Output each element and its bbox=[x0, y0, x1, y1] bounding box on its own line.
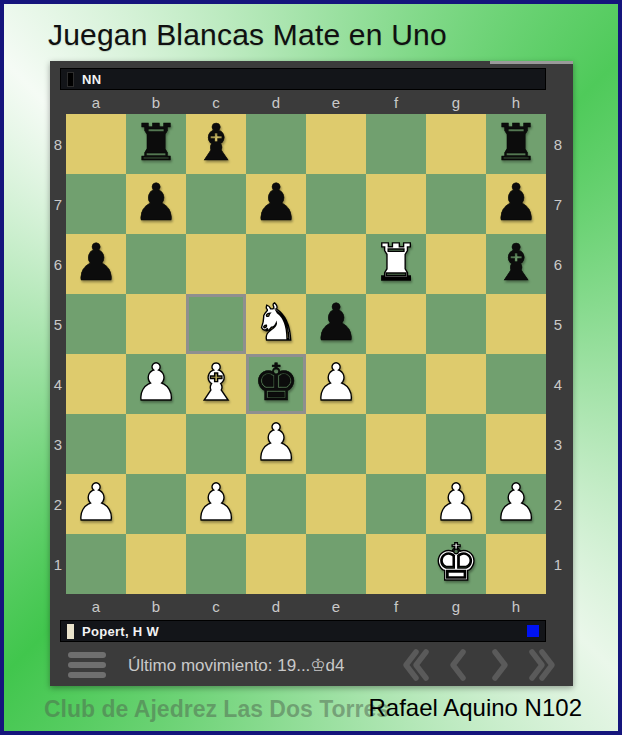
square-h8[interactable]: ♜ bbox=[486, 114, 546, 174]
file-label-b: b bbox=[126, 596, 186, 618]
square-f8[interactable] bbox=[366, 114, 426, 174]
square-c6[interactable] bbox=[186, 234, 246, 294]
rank-label-4: 4 bbox=[50, 354, 66, 414]
square-d7[interactable]: ♟ bbox=[246, 174, 306, 234]
author-credit: Rafael Aquino N102 bbox=[369, 694, 583, 722]
menu-button[interactable] bbox=[60, 652, 110, 678]
square-a7[interactable] bbox=[66, 174, 126, 234]
piece-black-pawn: ♟ bbox=[126, 174, 186, 234]
square-h2[interactable]: ♟ bbox=[486, 474, 546, 534]
page-title: Juegan Blancas Mate en Uno bbox=[48, 18, 447, 52]
piece-black-pawn: ♟ bbox=[66, 234, 126, 294]
piece-black-bishop: ♝ bbox=[186, 114, 246, 174]
file-label-d: d bbox=[246, 92, 306, 114]
square-e3[interactable] bbox=[306, 414, 366, 474]
square-f4[interactable] bbox=[366, 354, 426, 414]
square-d4[interactable]: ♚ bbox=[246, 354, 306, 414]
rank-labels-left: 87654321 bbox=[50, 114, 66, 594]
square-f5[interactable] bbox=[366, 294, 426, 354]
board: ♜♝♜♟♟♟♟♜♝♞♟♟♝♚♟♟♟♟♟♟♚ bbox=[66, 114, 546, 594]
square-e7[interactable] bbox=[306, 174, 366, 234]
rank-label-3: 3 bbox=[50, 414, 66, 474]
square-b7[interactable]: ♟ bbox=[126, 174, 186, 234]
file-label-e: e bbox=[306, 92, 366, 114]
square-c4[interactable]: ♝ bbox=[186, 354, 246, 414]
player-bar-bottom: Popert, H W bbox=[60, 620, 546, 642]
rank-label-2: 2 bbox=[546, 474, 570, 534]
square-d8[interactable] bbox=[246, 114, 306, 174]
square-h3[interactable] bbox=[486, 414, 546, 474]
right-chevron-icon bbox=[487, 647, 511, 683]
square-a6[interactable]: ♟ bbox=[66, 234, 126, 294]
square-a3[interactable] bbox=[66, 414, 126, 474]
square-d5[interactable]: ♞ bbox=[246, 294, 306, 354]
square-g4[interactable] bbox=[426, 354, 486, 414]
square-g8[interactable] bbox=[426, 114, 486, 174]
rank-labels-right: 87654321 bbox=[546, 114, 570, 594]
black-color-marker bbox=[67, 72, 74, 87]
piece-white-pawn: ♟ bbox=[246, 414, 306, 474]
file-label-h: h bbox=[486, 596, 546, 618]
rank-label-6: 6 bbox=[546, 234, 570, 294]
piece-black-king: ♚ bbox=[246, 354, 306, 414]
square-e5[interactable]: ♟ bbox=[306, 294, 366, 354]
menu-icon bbox=[68, 652, 106, 658]
file-label-a: a bbox=[66, 92, 126, 114]
square-b6[interactable] bbox=[126, 234, 186, 294]
chess-panel: NN abcdefgh 87654321 ♜♝♜♟♟♟♟♜♝♞♟♟♝♚♟♟♟♟♟… bbox=[50, 61, 573, 686]
file-label-f: f bbox=[366, 596, 426, 618]
move-navigation bbox=[399, 647, 563, 683]
rank-label-8: 8 bbox=[546, 114, 570, 174]
piece-white-pawn: ♟ bbox=[66, 474, 126, 534]
square-h5[interactable] bbox=[486, 294, 546, 354]
rank-label-5: 5 bbox=[546, 294, 570, 354]
piece-white-pawn: ♟ bbox=[186, 474, 246, 534]
player-bar-top: NN bbox=[60, 68, 546, 90]
piece-black-pawn: ♟ bbox=[306, 294, 366, 354]
square-b2[interactable] bbox=[126, 474, 186, 534]
square-a4[interactable] bbox=[66, 354, 126, 414]
square-c8[interactable]: ♝ bbox=[186, 114, 246, 174]
club-watermark: Club de Ajedrez Las Dos Torres bbox=[44, 696, 389, 723]
rank-label-2: 2 bbox=[50, 474, 66, 534]
rank-label-7: 7 bbox=[546, 174, 570, 234]
file-label-f: f bbox=[366, 92, 426, 114]
rank-label-1: 1 bbox=[50, 534, 66, 594]
square-e1[interactable] bbox=[306, 534, 366, 594]
square-g2[interactable]: ♟ bbox=[426, 474, 486, 534]
player-name-bottom: Popert, H W bbox=[82, 624, 159, 639]
rank-label-6: 6 bbox=[50, 234, 66, 294]
piece-white-pawn: ♟ bbox=[486, 474, 546, 534]
square-d1[interactable] bbox=[246, 534, 306, 594]
rank-label-7: 7 bbox=[50, 174, 66, 234]
square-g7[interactable] bbox=[426, 174, 486, 234]
square-e6[interactable] bbox=[306, 234, 366, 294]
file-label-g: g bbox=[426, 92, 486, 114]
file-label-c: c bbox=[186, 596, 246, 618]
nav-next-button[interactable] bbox=[487, 647, 511, 683]
square-f6[interactable]: ♜ bbox=[366, 234, 426, 294]
piece-white-knight: ♞ bbox=[246, 294, 306, 354]
square-h6[interactable]: ♝ bbox=[486, 234, 546, 294]
nav-last-button[interactable] bbox=[527, 647, 559, 683]
square-b5[interactable] bbox=[126, 294, 186, 354]
double-left-chevron-icon bbox=[399, 647, 431, 683]
square-c5[interactable] bbox=[186, 294, 246, 354]
square-a1[interactable] bbox=[66, 534, 126, 594]
piece-black-rook: ♜ bbox=[126, 114, 186, 174]
square-e2[interactable] bbox=[306, 474, 366, 534]
square-g1[interactable]: ♚ bbox=[426, 534, 486, 594]
last-move-text: Último movimiento: 19...♔d4 bbox=[128, 655, 344, 676]
square-g3[interactable] bbox=[426, 414, 486, 474]
app: Juegan Blancas Mate en Uno NN abcdefgh 8… bbox=[0, 0, 622, 735]
piece-black-pawn: ♟ bbox=[486, 174, 546, 234]
square-h7[interactable]: ♟ bbox=[486, 174, 546, 234]
piece-black-bishop: ♝ bbox=[486, 234, 546, 294]
rank-label-4: 4 bbox=[546, 354, 570, 414]
square-c7[interactable] bbox=[186, 174, 246, 234]
piece-white-rook: ♜ bbox=[366, 234, 426, 294]
square-g6[interactable] bbox=[426, 234, 486, 294]
square-e4[interactable]: ♟ bbox=[306, 354, 366, 414]
piece-white-pawn: ♟ bbox=[126, 354, 186, 414]
square-f7[interactable] bbox=[366, 174, 426, 234]
file-label-c: c bbox=[186, 92, 246, 114]
file-label-h: h bbox=[486, 92, 546, 114]
square-g5[interactable] bbox=[426, 294, 486, 354]
rank-label-5: 5 bbox=[50, 294, 66, 354]
piece-white-pawn: ♟ bbox=[426, 474, 486, 534]
piece-white-king: ♚ bbox=[426, 534, 486, 594]
square-b3[interactable] bbox=[126, 414, 186, 474]
left-chevron-icon bbox=[447, 647, 471, 683]
square-h1[interactable] bbox=[486, 534, 546, 594]
rank-label-3: 3 bbox=[546, 414, 570, 474]
file-label-a: a bbox=[66, 596, 126, 618]
square-f3[interactable] bbox=[366, 414, 426, 474]
panel-top-strip bbox=[490, 61, 573, 64]
square-d6[interactable] bbox=[246, 234, 306, 294]
nav-first-button[interactable] bbox=[399, 647, 431, 683]
square-f2[interactable] bbox=[366, 474, 426, 534]
square-e8[interactable] bbox=[306, 114, 366, 174]
file-label-e: e bbox=[306, 596, 366, 618]
file-label-b: b bbox=[126, 92, 186, 114]
file-labels-top: abcdefgh bbox=[66, 92, 546, 114]
square-c2[interactable]: ♟ bbox=[186, 474, 246, 534]
piece-black-rook: ♜ bbox=[486, 114, 546, 174]
square-b8[interactable]: ♜ bbox=[126, 114, 186, 174]
file-label-g: g bbox=[426, 596, 486, 618]
square-f1[interactable] bbox=[366, 534, 426, 594]
square-h4[interactable] bbox=[486, 354, 546, 414]
square-a2[interactable]: ♟ bbox=[66, 474, 126, 534]
piece-white-pawn: ♟ bbox=[306, 354, 366, 414]
file-labels-bottom: abcdefgh bbox=[66, 596, 546, 618]
player-name-top: NN bbox=[82, 72, 101, 87]
controls-bar: Último movimiento: 19...♔d4 bbox=[60, 647, 563, 683]
square-b4[interactable]: ♟ bbox=[126, 354, 186, 414]
rank-label-8: 8 bbox=[50, 114, 66, 174]
double-right-chevron-icon bbox=[527, 647, 559, 683]
rank-label-1: 1 bbox=[546, 534, 570, 594]
nav-prev-button[interactable] bbox=[447, 647, 471, 683]
square-a5[interactable] bbox=[66, 294, 126, 354]
file-label-d: d bbox=[246, 596, 306, 618]
square-c3[interactable] bbox=[186, 414, 246, 474]
square-a8[interactable] bbox=[66, 114, 126, 174]
square-d2[interactable] bbox=[246, 474, 306, 534]
piece-white-bishop: ♝ bbox=[186, 354, 246, 414]
square-c1[interactable] bbox=[186, 534, 246, 594]
square-b1[interactable] bbox=[126, 534, 186, 594]
white-color-marker bbox=[67, 624, 74, 639]
piece-black-pawn: ♟ bbox=[246, 174, 306, 234]
to-move-indicator bbox=[527, 625, 539, 637]
square-d3[interactable]: ♟ bbox=[246, 414, 306, 474]
